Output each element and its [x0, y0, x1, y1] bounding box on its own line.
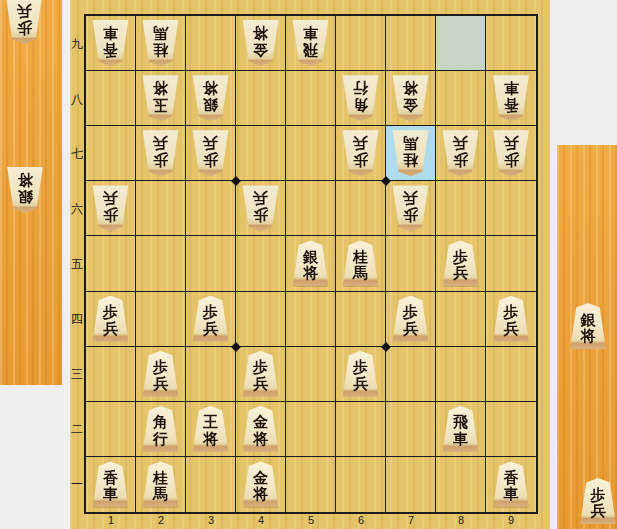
board-cell[interactable]: 歩兵	[436, 236, 486, 291]
shogi-piece-銀将[interactable]: 銀将	[292, 240, 330, 286]
shogi-piece-歩兵[interactable]: 歩兵	[492, 130, 530, 176]
kanji-char: 金	[253, 41, 268, 58]
piece-kanji: 歩兵	[253, 359, 268, 392]
kanji-char: 兵	[353, 376, 368, 393]
left-komadai: 歩兵銀将	[0, 0, 62, 385]
kanji-char: 兵	[403, 190, 418, 207]
shogi-piece-歩兵[interactable]: 歩兵	[492, 296, 530, 342]
kanji-char: 行	[153, 431, 168, 448]
board-cell[interactable]	[286, 347, 336, 402]
shogi-piece-角行[interactable]: 角行	[142, 406, 180, 452]
board-cell[interactable]: 金将	[236, 16, 286, 71]
board-cell[interactable]	[186, 181, 236, 236]
file-label: 4	[255, 514, 267, 526]
kanji-char: 香	[504, 470, 519, 487]
kanji-char: 歩	[591, 487, 606, 504]
kanji-char: 兵	[253, 376, 268, 393]
shogi-piece-香車[interactable]: 香車	[492, 75, 530, 121]
board-cell[interactable]	[436, 347, 486, 402]
board-cell[interactable]	[86, 71, 136, 126]
rank-label: 一	[70, 476, 84, 493]
board-cell-last-move-from[interactable]	[436, 16, 486, 71]
piece-kanji: 歩兵	[504, 304, 519, 337]
shogi-piece-飛車[interactable]: 飛車	[292, 20, 330, 66]
shogi-piece-香車[interactable]: 香車	[492, 461, 530, 507]
board-cell[interactable]	[436, 71, 486, 126]
shogi-piece-角行[interactable]: 角行	[342, 75, 380, 121]
board-cell[interactable]: 香車	[86, 16, 136, 71]
kanji-char: 金	[253, 414, 268, 431]
file-label: 7	[405, 514, 417, 526]
board-cell[interactable]	[436, 457, 486, 512]
shogi-piece-歩兵[interactable]: 歩兵	[392, 185, 430, 231]
board-cell[interactable]: 歩兵	[486, 292, 536, 347]
kanji-char: 飛	[303, 41, 318, 58]
kanji-char: 兵	[153, 135, 168, 152]
kanji-char: 銀	[581, 312, 596, 329]
file-label: 2	[155, 514, 167, 526]
kanji-char: 将	[203, 80, 218, 97]
kanji-char: 馬	[153, 486, 168, 503]
board-cell[interactable]	[436, 181, 486, 236]
piece-kanji: 角行	[153, 414, 168, 447]
piece-kanji: 飛車	[303, 25, 318, 58]
board-cell[interactable]: 歩兵	[386, 292, 436, 347]
kanji-char: 車	[103, 25, 118, 42]
board-cell[interactable]: 歩兵	[186, 126, 236, 181]
piece-kanji: 歩兵	[403, 304, 418, 337]
kanji-char: 将	[18, 172, 33, 189]
kanji-char: 車	[504, 486, 519, 503]
board-cell[interactable]	[486, 236, 536, 291]
board-cell[interactable]	[136, 181, 186, 236]
hand-piece-銀将[interactable]: 銀将	[6, 167, 44, 213]
piece-kanji: 歩兵	[153, 359, 168, 392]
board-cell[interactable]: 香車	[86, 457, 136, 512]
kanji-char: 兵	[253, 190, 268, 207]
board-cell[interactable]: 桂馬	[136, 16, 186, 71]
file-label: 1	[105, 514, 117, 526]
kanji-char: 歩	[103, 206, 118, 223]
rank-label: 六	[70, 201, 84, 218]
kanji-char: 兵	[504, 135, 519, 152]
kanji-char: 銀	[303, 249, 318, 266]
board-cell[interactable]	[236, 292, 286, 347]
kanji-char: 将	[253, 431, 268, 448]
kanji-char: 歩	[403, 304, 418, 321]
rank-label: 七	[70, 146, 84, 163]
kanji-char: 角	[353, 96, 368, 113]
shogi-piece-歩兵[interactable]: 歩兵	[442, 130, 480, 176]
piece-kanji: 香車	[504, 470, 519, 503]
shogi-piece-玉将[interactable]: 玉将	[142, 75, 180, 121]
board-cell[interactable]: 歩兵	[436, 126, 486, 181]
board-cell[interactable]	[486, 16, 536, 71]
file-label: 9	[505, 514, 517, 526]
board-cell[interactable]: 王将	[186, 402, 236, 457]
piece-kanji: 金将	[403, 80, 418, 113]
board-cell[interactable]	[486, 402, 536, 457]
kanji-char: 車	[103, 486, 118, 503]
rank-label: 五	[70, 256, 84, 273]
kanji-char: 銀	[203, 96, 218, 113]
shogi-piece-歩兵[interactable]: 歩兵	[342, 130, 380, 176]
board-cell[interactable]	[136, 236, 186, 291]
board-cell[interactable]: 金将	[236, 402, 286, 457]
board-cell[interactable]	[386, 236, 436, 291]
kanji-char: 香	[103, 470, 118, 487]
board-cell[interactable]: 飛車	[286, 16, 336, 71]
board-cell[interactable]: 香車	[486, 71, 536, 126]
board-cell[interactable]: 金将	[236, 457, 286, 512]
piece-kanji: 銀将	[581, 312, 596, 345]
board-grid: 香車桂馬金将飛車玉将銀将角行金将香車歩兵歩兵歩兵桂馬歩兵歩兵歩兵歩兵歩兵銀将桂馬…	[84, 14, 538, 514]
shogi-piece-桂馬[interactable]: 桂馬	[392, 130, 430, 176]
kanji-char: 歩	[103, 304, 118, 321]
board-cell[interactable]	[186, 347, 236, 402]
piece-kanji: 歩兵	[591, 487, 606, 520]
file-label: 5	[305, 514, 317, 526]
board-cell[interactable]: 桂馬	[336, 236, 386, 291]
kanji-char: 歩	[353, 359, 368, 376]
shogi-piece-歩兵[interactable]: 歩兵	[242, 351, 280, 397]
kanji-char: 将	[403, 80, 418, 97]
board-cell[interactable]	[386, 402, 436, 457]
kanji-char: 将	[253, 25, 268, 42]
board-cell[interactable]	[436, 292, 486, 347]
kanji-char: 金	[403, 96, 418, 113]
board-cell[interactable]	[286, 181, 336, 236]
board-cell[interactable]: 歩兵	[386, 181, 436, 236]
kanji-char: 兵	[153, 376, 168, 393]
kanji-char: 銀	[18, 188, 33, 205]
board-cell[interactable]	[186, 16, 236, 71]
board-cell[interactable]	[286, 126, 336, 181]
kanji-char: 兵	[103, 321, 118, 338]
board-cell[interactable]	[236, 126, 286, 181]
piece-kanji: 銀将	[203, 80, 218, 113]
rank-label: 九	[70, 36, 84, 53]
shogi-piece-桂馬[interactable]: 桂馬	[142, 20, 180, 66]
shogi-piece-歩兵[interactable]: 歩兵	[92, 185, 130, 231]
shogi-piece-歩兵[interactable]: 歩兵	[442, 240, 480, 286]
board-cell[interactable]: 歩兵	[86, 292, 136, 347]
shogi-piece-飛車[interactable]: 飛車	[442, 406, 480, 452]
kanji-char: 歩	[504, 304, 519, 321]
shogi-app: 九八七六五四三二一 123456789 香車桂馬金将飛車玉将銀将角行金将香車歩兵…	[0, 0, 617, 529]
shogi-piece-桂馬[interactable]: 桂馬	[342, 240, 380, 286]
piece-kanji: 玉将	[153, 80, 168, 113]
rank-label: 二	[70, 421, 84, 438]
kanji-char: 歩	[153, 151, 168, 168]
piece-kanji: 歩兵	[203, 304, 218, 337]
board-cell[interactable]: 角行	[136, 402, 186, 457]
kanji-char: 歩	[253, 206, 268, 223]
piece-kanji: 歩兵	[453, 135, 468, 168]
rank-label: 四	[70, 311, 84, 328]
kanji-char: 歩	[153, 359, 168, 376]
board-cell[interactable]	[386, 16, 436, 71]
shogi-piece-王将[interactable]: 王将	[192, 406, 230, 452]
board-cell[interactable]	[136, 292, 186, 347]
board-cell[interactable]: 桂馬	[136, 457, 186, 512]
board-cell[interactable]: 銀将	[286, 236, 336, 291]
kanji-char: 兵	[591, 503, 606, 520]
kanji-char: 桂	[153, 41, 168, 58]
piece-kanji: 王将	[203, 414, 218, 447]
kanji-char: 歩	[453, 151, 468, 168]
file-label: 3	[205, 514, 217, 526]
piece-kanji: 歩兵	[403, 190, 418, 223]
kanji-char: 兵	[403, 321, 418, 338]
piece-kanji: 金将	[253, 414, 268, 447]
shogi-piece-歩兵[interactable]: 歩兵	[142, 130, 180, 176]
kanji-char: 飛	[453, 414, 468, 431]
shogi-piece-歩兵[interactable]: 歩兵	[392, 296, 430, 342]
rank-label: 八	[70, 91, 84, 108]
board-cell[interactable]: 歩兵	[86, 181, 136, 236]
piece-kanji: 歩兵	[103, 304, 118, 337]
board-cell[interactable]	[236, 236, 286, 291]
board-cell[interactable]	[86, 347, 136, 402]
board-cell[interactable]	[386, 347, 436, 402]
kanji-char: 角	[153, 414, 168, 431]
shogi-piece-銀将[interactable]: 銀将	[192, 75, 230, 121]
hand-piece-銀将[interactable]: 銀将	[569, 303, 607, 349]
board-cell[interactable]	[286, 457, 336, 512]
kanji-char: 馬	[153, 25, 168, 42]
shogi-piece-金将[interactable]: 金将	[242, 20, 280, 66]
board-cell[interactable]: 歩兵	[236, 181, 286, 236]
board-cell[interactable]: 香車	[486, 457, 536, 512]
kanji-char: 歩	[203, 304, 218, 321]
board-cell[interactable]: 金将	[386, 71, 436, 126]
kanji-char: 歩	[353, 151, 368, 168]
shogi-piece-歩兵[interactable]: 歩兵	[192, 296, 230, 342]
board-cell[interactable]	[336, 457, 386, 512]
kanji-char: 兵	[103, 190, 118, 207]
board-cell[interactable]	[236, 71, 286, 126]
kanji-char: 車	[504, 80, 519, 97]
board-cell[interactable]	[286, 71, 336, 126]
piece-kanji: 銀将	[18, 172, 33, 205]
piece-kanji: 歩兵	[253, 190, 268, 223]
piece-kanji: 歩兵	[504, 135, 519, 168]
hand-piece-歩兵[interactable]: 歩兵	[5, 0, 43, 44]
kanji-char: 歩	[453, 249, 468, 266]
kanji-char: 歩	[253, 359, 268, 376]
board-cell-last-move-to[interactable]: 桂馬	[386, 126, 436, 181]
shogi-piece-金将[interactable]: 金将	[392, 75, 430, 121]
piece-kanji: 歩兵	[453, 249, 468, 282]
board-cell[interactable]: 歩兵	[136, 126, 186, 181]
kanji-char: 将	[253, 486, 268, 503]
kanji-char: 将	[203, 431, 218, 448]
shogi-piece-歩兵[interactable]: 歩兵	[192, 130, 230, 176]
shogi-piece-歩兵[interactable]: 歩兵	[92, 296, 130, 342]
kanji-char: 金	[253, 470, 268, 487]
kanji-char: 兵	[504, 321, 519, 338]
board-cell[interactable]	[286, 292, 336, 347]
board-cell[interactable]: 銀将	[186, 71, 236, 126]
kanji-char: 玉	[153, 96, 168, 113]
board-cell[interactable]	[486, 181, 536, 236]
piece-kanji: 歩兵	[353, 359, 368, 392]
board-cell[interactable]: 歩兵	[336, 347, 386, 402]
kanji-char: 兵	[453, 135, 468, 152]
board-cell[interactable]	[336, 292, 386, 347]
piece-kanji: 桂馬	[153, 25, 168, 58]
kanji-char: 兵	[203, 135, 218, 152]
board-cell[interactable]	[336, 402, 386, 457]
kanji-char: 桂	[353, 249, 368, 266]
kanji-char: 馬	[353, 265, 368, 282]
shogi-piece-歩兵[interactable]: 歩兵	[142, 351, 180, 397]
board-cell[interactable]	[186, 236, 236, 291]
kanji-char: 馬	[403, 135, 418, 152]
shogi-piece-金将[interactable]: 金将	[242, 406, 280, 452]
piece-kanji: 桂馬	[153, 470, 168, 503]
board-cell[interactable]: 歩兵	[486, 126, 536, 181]
kanji-char: 歩	[504, 151, 519, 168]
shogi-piece-歩兵[interactable]: 歩兵	[342, 351, 380, 397]
shogi-piece-香車[interactable]: 香車	[92, 461, 130, 507]
board-cell[interactable]: 飛車	[436, 402, 486, 457]
piece-kanji: 歩兵	[17, 3, 32, 36]
kanji-char: 桂	[403, 151, 418, 168]
kanji-char: 将	[303, 265, 318, 282]
board-cell[interactable]	[86, 402, 136, 457]
rank-label: 三	[70, 366, 84, 383]
piece-kanji: 香車	[103, 470, 118, 503]
board-cell[interactable]	[186, 457, 236, 512]
board-cell[interactable]	[286, 402, 336, 457]
kanji-char: 将	[153, 80, 168, 97]
board-cell[interactable]	[386, 457, 436, 512]
piece-kanji: 歩兵	[103, 190, 118, 223]
right-komadai: 銀将歩兵	[557, 145, 617, 529]
piece-kanji: 歩兵	[153, 135, 168, 168]
hand-piece-歩兵[interactable]: 歩兵	[579, 478, 617, 524]
kanji-char: 兵	[203, 321, 218, 338]
piece-kanji: 桂馬	[353, 249, 368, 282]
kanji-char: 行	[353, 80, 368, 97]
piece-kanji: 香車	[504, 80, 519, 113]
file-label: 6	[355, 514, 367, 526]
kanji-char: 歩	[17, 19, 32, 36]
kanji-char: 桂	[153, 470, 168, 487]
kanji-char: 車	[453, 431, 468, 448]
kanji-char: 王	[203, 414, 218, 431]
piece-kanji: 歩兵	[203, 135, 218, 168]
kanji-char: 兵	[17, 3, 32, 20]
kanji-char: 兵	[453, 265, 468, 282]
board-cell[interactable]	[336, 16, 386, 71]
kanji-char: 車	[303, 25, 318, 42]
kanji-char: 将	[581, 328, 596, 345]
piece-kanji: 角行	[353, 80, 368, 113]
kanji-char: 歩	[203, 151, 218, 168]
board-cell[interactable]	[486, 347, 536, 402]
board-cell[interactable]	[86, 126, 136, 181]
board-cell[interactable]: 角行	[336, 71, 386, 126]
kanji-char: 香	[504, 96, 519, 113]
piece-kanji: 桂馬	[403, 135, 418, 168]
board-cell[interactable]: 歩兵	[136, 347, 186, 402]
piece-kanji: 飛車	[453, 414, 468, 447]
file-label: 8	[455, 514, 467, 526]
piece-kanji: 金将	[253, 470, 268, 503]
kanji-char: 香	[103, 41, 118, 58]
board-cell[interactable]	[86, 236, 136, 291]
piece-kanji: 歩兵	[353, 135, 368, 168]
kanji-char: 兵	[353, 135, 368, 152]
piece-kanji: 金将	[253, 25, 268, 58]
shogi-piece-歩兵[interactable]: 歩兵	[242, 185, 280, 231]
piece-kanji: 銀将	[303, 249, 318, 282]
board-cell[interactable]: 歩兵	[236, 347, 286, 402]
board-cell[interactable]: 玉将	[136, 71, 186, 126]
piece-kanji: 香車	[103, 25, 118, 58]
kanji-char: 歩	[403, 206, 418, 223]
board-cell[interactable]: 歩兵	[336, 126, 386, 181]
shogi-piece-金将[interactable]: 金将	[242, 461, 280, 507]
shogi-piece-桂馬[interactable]: 桂馬	[142, 461, 180, 507]
shogi-piece-香車[interactable]: 香車	[92, 20, 130, 66]
board-cell[interactable]: 歩兵	[186, 292, 236, 347]
board-cell[interactable]	[336, 181, 386, 236]
